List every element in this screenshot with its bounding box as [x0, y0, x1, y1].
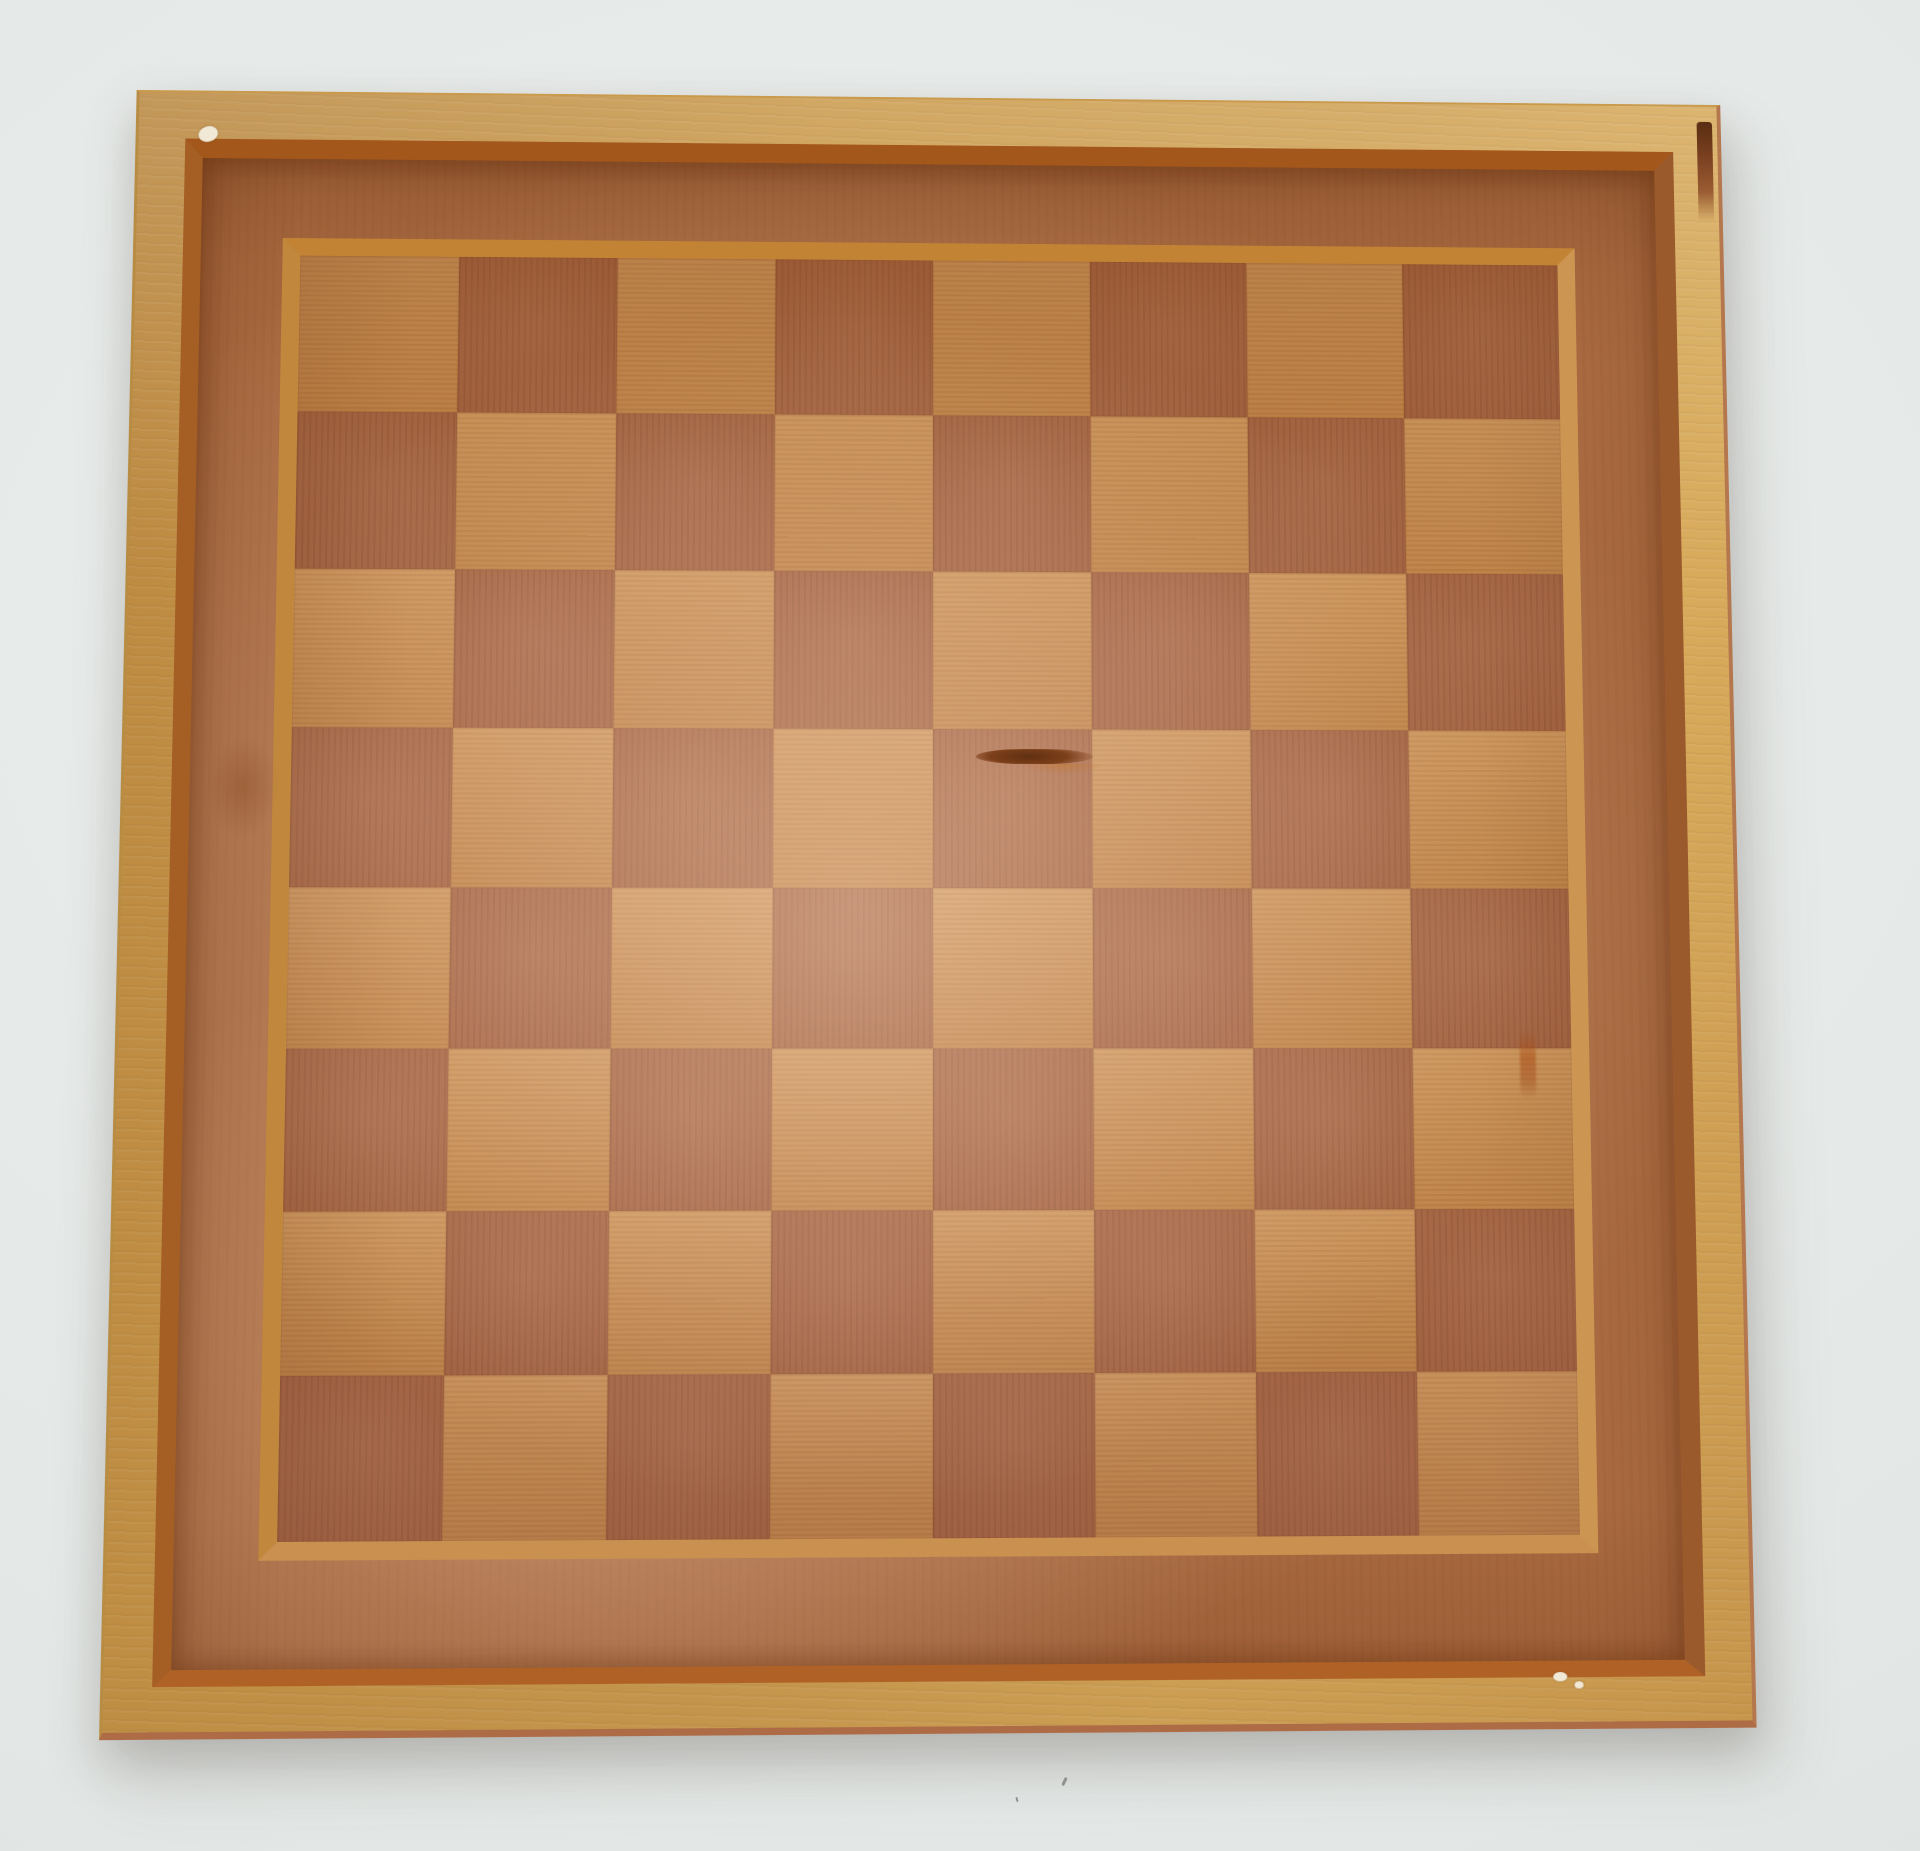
square-h2[interactable] [1415, 1209, 1577, 1372]
square-c2[interactable] [608, 1211, 772, 1375]
square-c8[interactable] [616, 258, 775, 414]
square-g5[interactable] [1250, 730, 1410, 889]
square-h6[interactable] [1406, 574, 1565, 731]
board-well [152, 139, 1705, 1688]
border-stain [193, 717, 292, 857]
square-c6[interactable] [614, 570, 775, 729]
square-b8[interactable] [457, 257, 618, 414]
paint-chip-bottom-2 [1574, 1681, 1583, 1688]
square-f4[interactable] [1093, 888, 1254, 1048]
square-b5[interactable] [451, 728, 614, 888]
square-e3[interactable] [933, 1048, 1094, 1210]
square-g2[interactable] [1255, 1209, 1417, 1372]
square-f8[interactable] [1090, 262, 1248, 418]
square-g7[interactable] [1248, 417, 1407, 573]
rust-stain [1519, 1030, 1536, 1098]
square-b1[interactable] [442, 1375, 608, 1541]
square-d8[interactable] [775, 259, 933, 415]
square-e7[interactable] [933, 415, 1091, 572]
square-c7[interactable] [615, 413, 775, 570]
square-b4[interactable] [449, 887, 612, 1048]
square-h3[interactable] [1413, 1048, 1575, 1209]
square-g4[interactable] [1252, 888, 1413, 1048]
square-f2[interactable] [1094, 1210, 1256, 1373]
square-h5[interactable] [1408, 730, 1568, 888]
square-a1[interactable] [277, 1375, 444, 1542]
square-g6[interactable] [1249, 573, 1408, 731]
checkerboard-grid [277, 256, 1580, 1542]
square-g8[interactable] [1246, 263, 1404, 418]
square-d4[interactable] [772, 888, 933, 1049]
wood-knot-mark [976, 749, 1093, 764]
square-a7[interactable] [295, 411, 457, 569]
square-d3[interactable] [771, 1048, 933, 1210]
square-d7[interactable] [774, 414, 933, 571]
chessboard-frame [99, 90, 1757, 1740]
square-f3[interactable] [1093, 1048, 1254, 1210]
square-g3[interactable] [1253, 1048, 1414, 1209]
square-a4[interactable] [286, 887, 451, 1048]
square-f5[interactable] [1092, 730, 1252, 889]
square-e8[interactable] [933, 261, 1091, 417]
square-b6[interactable] [453, 569, 615, 728]
square-e6[interactable] [933, 571, 1092, 729]
square-h1[interactable] [1417, 1371, 1580, 1536]
square-e4[interactable] [933, 888, 1093, 1048]
square-g1[interactable] [1256, 1372, 1419, 1537]
square-a8[interactable] [298, 256, 460, 413]
square-e1[interactable] [933, 1373, 1096, 1538]
square-b7[interactable] [455, 412, 616, 570]
square-b3[interactable] [446, 1049, 610, 1212]
square-a6[interactable] [292, 569, 455, 728]
square-f1[interactable] [1095, 1372, 1258, 1537]
square-f7[interactable] [1091, 416, 1249, 573]
square-f6[interactable] [1091, 572, 1250, 730]
square-a3[interactable] [283, 1049, 448, 1212]
frame-damage-top-right [1697, 122, 1715, 222]
photo-background [0, 0, 1920, 1851]
square-a2[interactable] [280, 1211, 446, 1376]
dust-speck [1015, 1797, 1018, 1802]
square-b2[interactable] [444, 1211, 609, 1375]
square-c1[interactable] [606, 1374, 770, 1540]
square-c5[interactable] [612, 728, 773, 888]
square-h8[interactable] [1402, 264, 1560, 419]
square-c3[interactable] [609, 1048, 772, 1210]
dust-speck [1061, 1777, 1068, 1786]
square-d6[interactable] [774, 571, 933, 729]
square-a5[interactable] [289, 727, 453, 887]
square-h4[interactable] [1410, 889, 1571, 1049]
mahogany-border [171, 158, 1685, 1670]
paint-chip-bottom [1553, 1672, 1567, 1681]
square-d1[interactable] [770, 1374, 933, 1540]
square-d2[interactable] [771, 1210, 933, 1374]
square-h7[interactable] [1404, 418, 1563, 574]
square-e2[interactable] [933, 1210, 1095, 1374]
square-d5[interactable] [773, 729, 933, 888]
square-c4[interactable] [611, 888, 773, 1049]
inner-inlay-line [258, 238, 1598, 1561]
